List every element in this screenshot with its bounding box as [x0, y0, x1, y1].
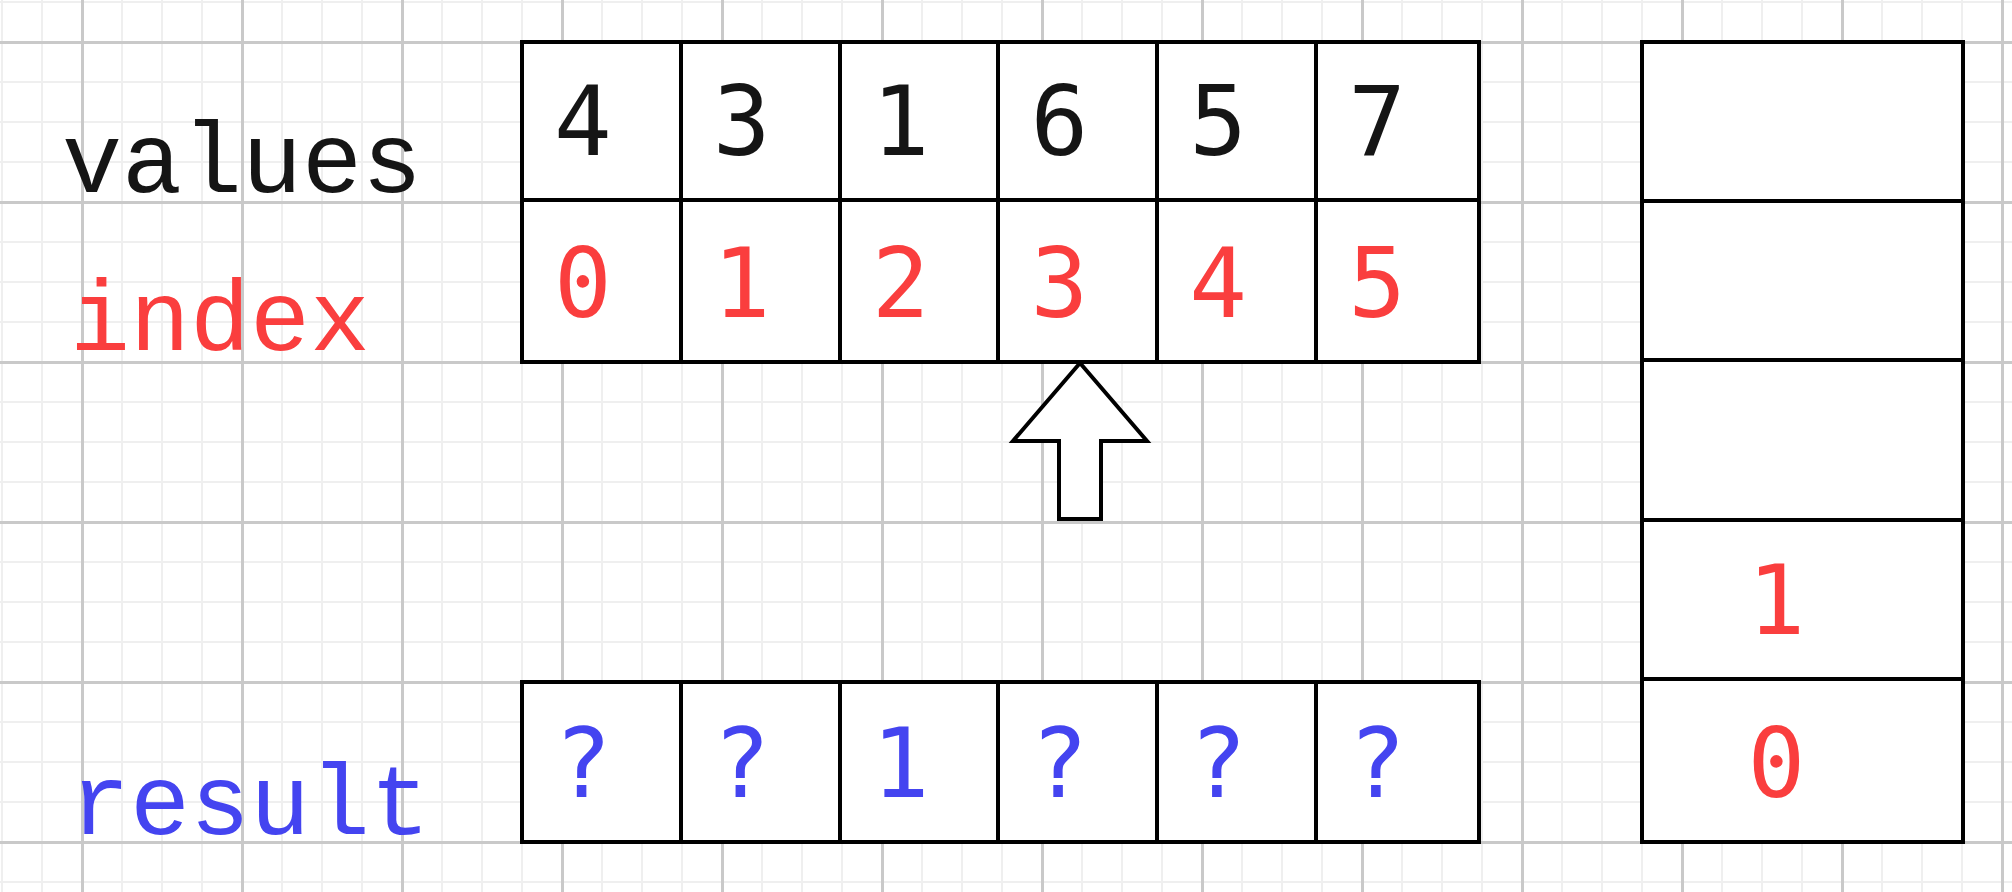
result-cell-0: ?: [524, 684, 683, 840]
index-cell-4: 4: [1159, 202, 1318, 360]
values-cell-1: 3: [683, 44, 842, 202]
graph-paper-canvas: values index result 4 3 1 6 5 7 0 1 2 3 …: [0, 0, 2012, 892]
stack-cell-4: 0: [1644, 681, 1961, 840]
values-cell-2: 1: [842, 44, 1001, 202]
stack-cell-0: [1644, 44, 1961, 203]
result-row: ? ? 1 ? ? ?: [520, 680, 1481, 844]
stack-cell-3: 1: [1644, 522, 1961, 681]
result-cell-2: 1: [842, 684, 1001, 840]
values-cell-0: 4: [524, 44, 683, 202]
result-cell-4: ?: [1159, 684, 1318, 840]
index-cell-2: 2: [842, 202, 1001, 360]
values-cell-5: 7: [1318, 44, 1477, 202]
stack-cell-2: [1644, 362, 1961, 521]
values-cell-4: 5: [1159, 44, 1318, 202]
values-index-table: 4 3 1 6 5 7 0 1 2 3 4 5: [520, 40, 1481, 364]
up-arrow-icon: [1006, 354, 1154, 526]
index-label: index: [70, 200, 370, 404]
values-cell-3: 6: [1000, 44, 1159, 202]
index-cell-0: 0: [524, 202, 683, 360]
stack-column: 1 0: [1640, 40, 1965, 844]
index-cell-3: 3: [1000, 202, 1159, 360]
result-label: result: [70, 680, 430, 888]
index-cell-5: 5: [1318, 202, 1477, 360]
index-cell-1: 1: [683, 202, 842, 360]
result-cell-5: ?: [1318, 684, 1477, 840]
stack-cell-1: [1644, 203, 1961, 362]
result-cell-1: ?: [683, 684, 842, 840]
result-cell-3: ?: [1000, 684, 1159, 840]
